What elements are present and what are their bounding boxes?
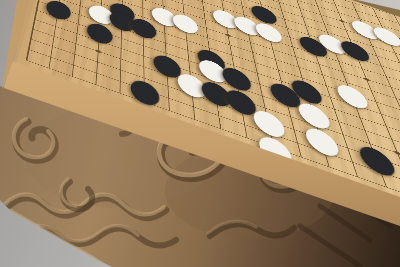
star-point bbox=[363, 77, 370, 81]
black-stone: ● bbox=[46, 0, 72, 20]
white-stone: ● bbox=[370, 23, 400, 46]
black-stone: ● bbox=[131, 75, 159, 106]
black-stone: ● bbox=[356, 140, 397, 176]
white-stone: ● bbox=[303, 122, 341, 156]
star-point bbox=[225, 33, 231, 37]
star-point bbox=[394, 150, 400, 155]
black-stone: ● bbox=[131, 14, 156, 38]
white-stone: ● bbox=[173, 10, 199, 34]
white-stone: ● bbox=[334, 80, 370, 109]
goban-photo-scene: ●●●●●●●●●●●●●●●●●●●●●●●●●●●●●●●●● bbox=[0, 0, 400, 267]
white-stone: ● bbox=[254, 19, 283, 43]
black-stone: ● bbox=[338, 37, 371, 62]
black-stone: ● bbox=[87, 19, 113, 44]
star-point bbox=[95, 49, 100, 53]
star-point bbox=[339, 19, 345, 23]
